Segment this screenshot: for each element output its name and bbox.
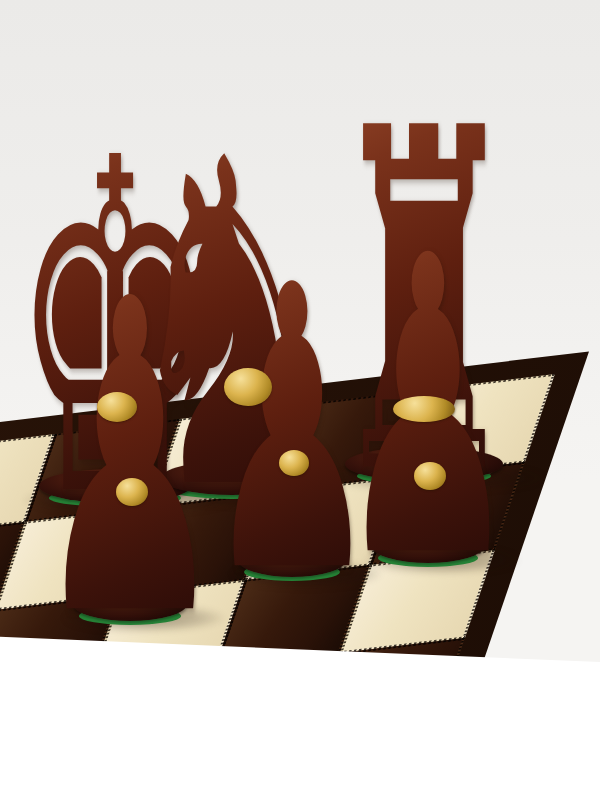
- bottom-white-crop: [0, 636, 600, 800]
- brass-ring: [393, 396, 455, 422]
- pawn-glyph: ♟: [34, 244, 227, 674]
- brass-ring: [97, 392, 137, 422]
- brass-ring: [279, 450, 309, 476]
- brass-ring: [414, 462, 446, 490]
- brass-ring: [224, 368, 272, 406]
- brass-ring: [116, 478, 148, 506]
- photo-stage: 8 ♚♞♜♟♟♟: [0, 0, 600, 800]
